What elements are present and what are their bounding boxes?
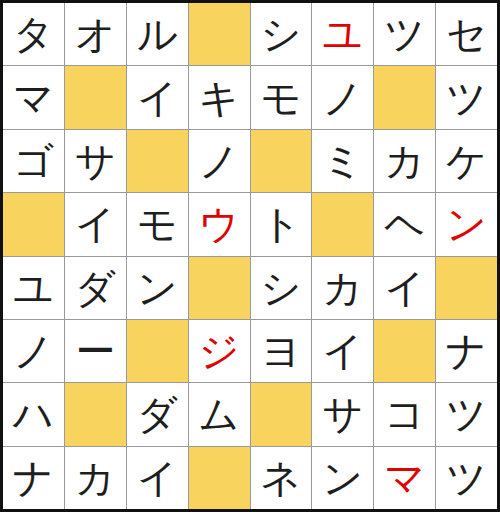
- cell-r1c1[interactable]: タ: [3, 3, 64, 65]
- cell-r3c8[interactable]: ケ: [436, 130, 497, 192]
- cell-r6c2[interactable]: ー: [65, 320, 126, 382]
- cell-r4c2[interactable]: イ: [65, 193, 126, 255]
- cell-r7c4[interactable]: ム: [189, 383, 250, 445]
- cell-r2c1[interactable]: マ: [3, 66, 64, 128]
- cell-r7c7[interactable]: コ: [374, 383, 435, 445]
- cell-r5c6[interactable]: カ: [312, 257, 373, 319]
- cell-r1c7[interactable]: ツ: [374, 3, 435, 65]
- cell-r5c7[interactable]: イ: [374, 257, 435, 319]
- cell-r6c8[interactable]: ナ: [436, 320, 497, 382]
- cell-r1c2[interactable]: オ: [65, 3, 126, 65]
- cell-r6c5[interactable]: ヨ: [251, 320, 312, 382]
- cell-r3c7[interactable]: カ: [374, 130, 435, 192]
- cell-r4c8[interactable]: ン: [436, 193, 497, 255]
- cell-r7c3[interactable]: ダ: [127, 383, 188, 445]
- cell-r8c4-blocked: [189, 447, 250, 509]
- cell-r7c8[interactable]: ツ: [436, 383, 497, 445]
- cell-r3c1[interactable]: ゴ: [3, 130, 64, 192]
- cell-r3c6[interactable]: ミ: [312, 130, 373, 192]
- cell-r4c3[interactable]: モ: [127, 193, 188, 255]
- cell-r8c1[interactable]: ナ: [3, 447, 64, 509]
- cell-r1c4-blocked: [189, 3, 250, 65]
- crossword-page: タオルシユツセマイキモノツゴサノミカケイモウトヘンユダンシカイノージヨイナハダム…: [0, 0, 500, 512]
- cell-r3c2[interactable]: サ: [65, 130, 126, 192]
- cell-r3c3-blocked: [127, 130, 188, 192]
- cell-r2c8[interactable]: ツ: [436, 66, 497, 128]
- cell-r4c7[interactable]: ヘ: [374, 193, 435, 255]
- cell-r4c5[interactable]: ト: [251, 193, 312, 255]
- cell-r3c4[interactable]: ノ: [189, 130, 250, 192]
- cell-r8c7[interactable]: マ: [374, 447, 435, 509]
- cell-r2c2-blocked: [65, 66, 126, 128]
- cell-r1c6[interactable]: ユ: [312, 3, 373, 65]
- cell-r2c4[interactable]: キ: [189, 66, 250, 128]
- cell-r8c2[interactable]: カ: [65, 447, 126, 509]
- cell-r2c7-blocked: [374, 66, 435, 128]
- cell-r5c1[interactable]: ユ: [3, 257, 64, 319]
- cell-r4c6-blocked: [312, 193, 373, 255]
- cell-r5c3[interactable]: ン: [127, 257, 188, 319]
- cell-r1c3[interactable]: ル: [127, 3, 188, 65]
- cell-r8c6[interactable]: ン: [312, 447, 373, 509]
- cell-r8c8[interactable]: ツ: [436, 447, 497, 509]
- cell-r5c4-blocked: [189, 257, 250, 319]
- cell-r5c8-blocked: [436, 257, 497, 319]
- cell-r6c3-blocked: [127, 320, 188, 382]
- cell-r6c6[interactable]: イ: [312, 320, 373, 382]
- cell-r6c4[interactable]: ジ: [189, 320, 250, 382]
- cell-r6c1[interactable]: ノ: [3, 320, 64, 382]
- cell-r2c3[interactable]: イ: [127, 66, 188, 128]
- cell-r7c1[interactable]: ハ: [3, 383, 64, 445]
- cell-r1c5[interactable]: シ: [251, 3, 312, 65]
- cell-r6c7-blocked: [374, 320, 435, 382]
- cell-r5c2[interactable]: ダ: [65, 257, 126, 319]
- cell-r1c8[interactable]: セ: [436, 3, 497, 65]
- cell-r8c3[interactable]: イ: [127, 447, 188, 509]
- cell-r4c4[interactable]: ウ: [189, 193, 250, 255]
- cell-r8c5[interactable]: ネ: [251, 447, 312, 509]
- cell-r2c6[interactable]: ノ: [312, 66, 373, 128]
- cell-r7c5-blocked: [251, 383, 312, 445]
- cell-r7c6[interactable]: サ: [312, 383, 373, 445]
- crossword-board: タオルシユツセマイキモノツゴサノミカケイモウトヘンユダンシカイノージヨイナハダム…: [0, 0, 500, 512]
- cell-r2c5[interactable]: モ: [251, 66, 312, 128]
- cell-r5c5[interactable]: シ: [251, 257, 312, 319]
- cell-r3c5-blocked: [251, 130, 312, 192]
- cell-r4c1-blocked: [3, 193, 64, 255]
- cell-r7c2-blocked: [65, 383, 126, 445]
